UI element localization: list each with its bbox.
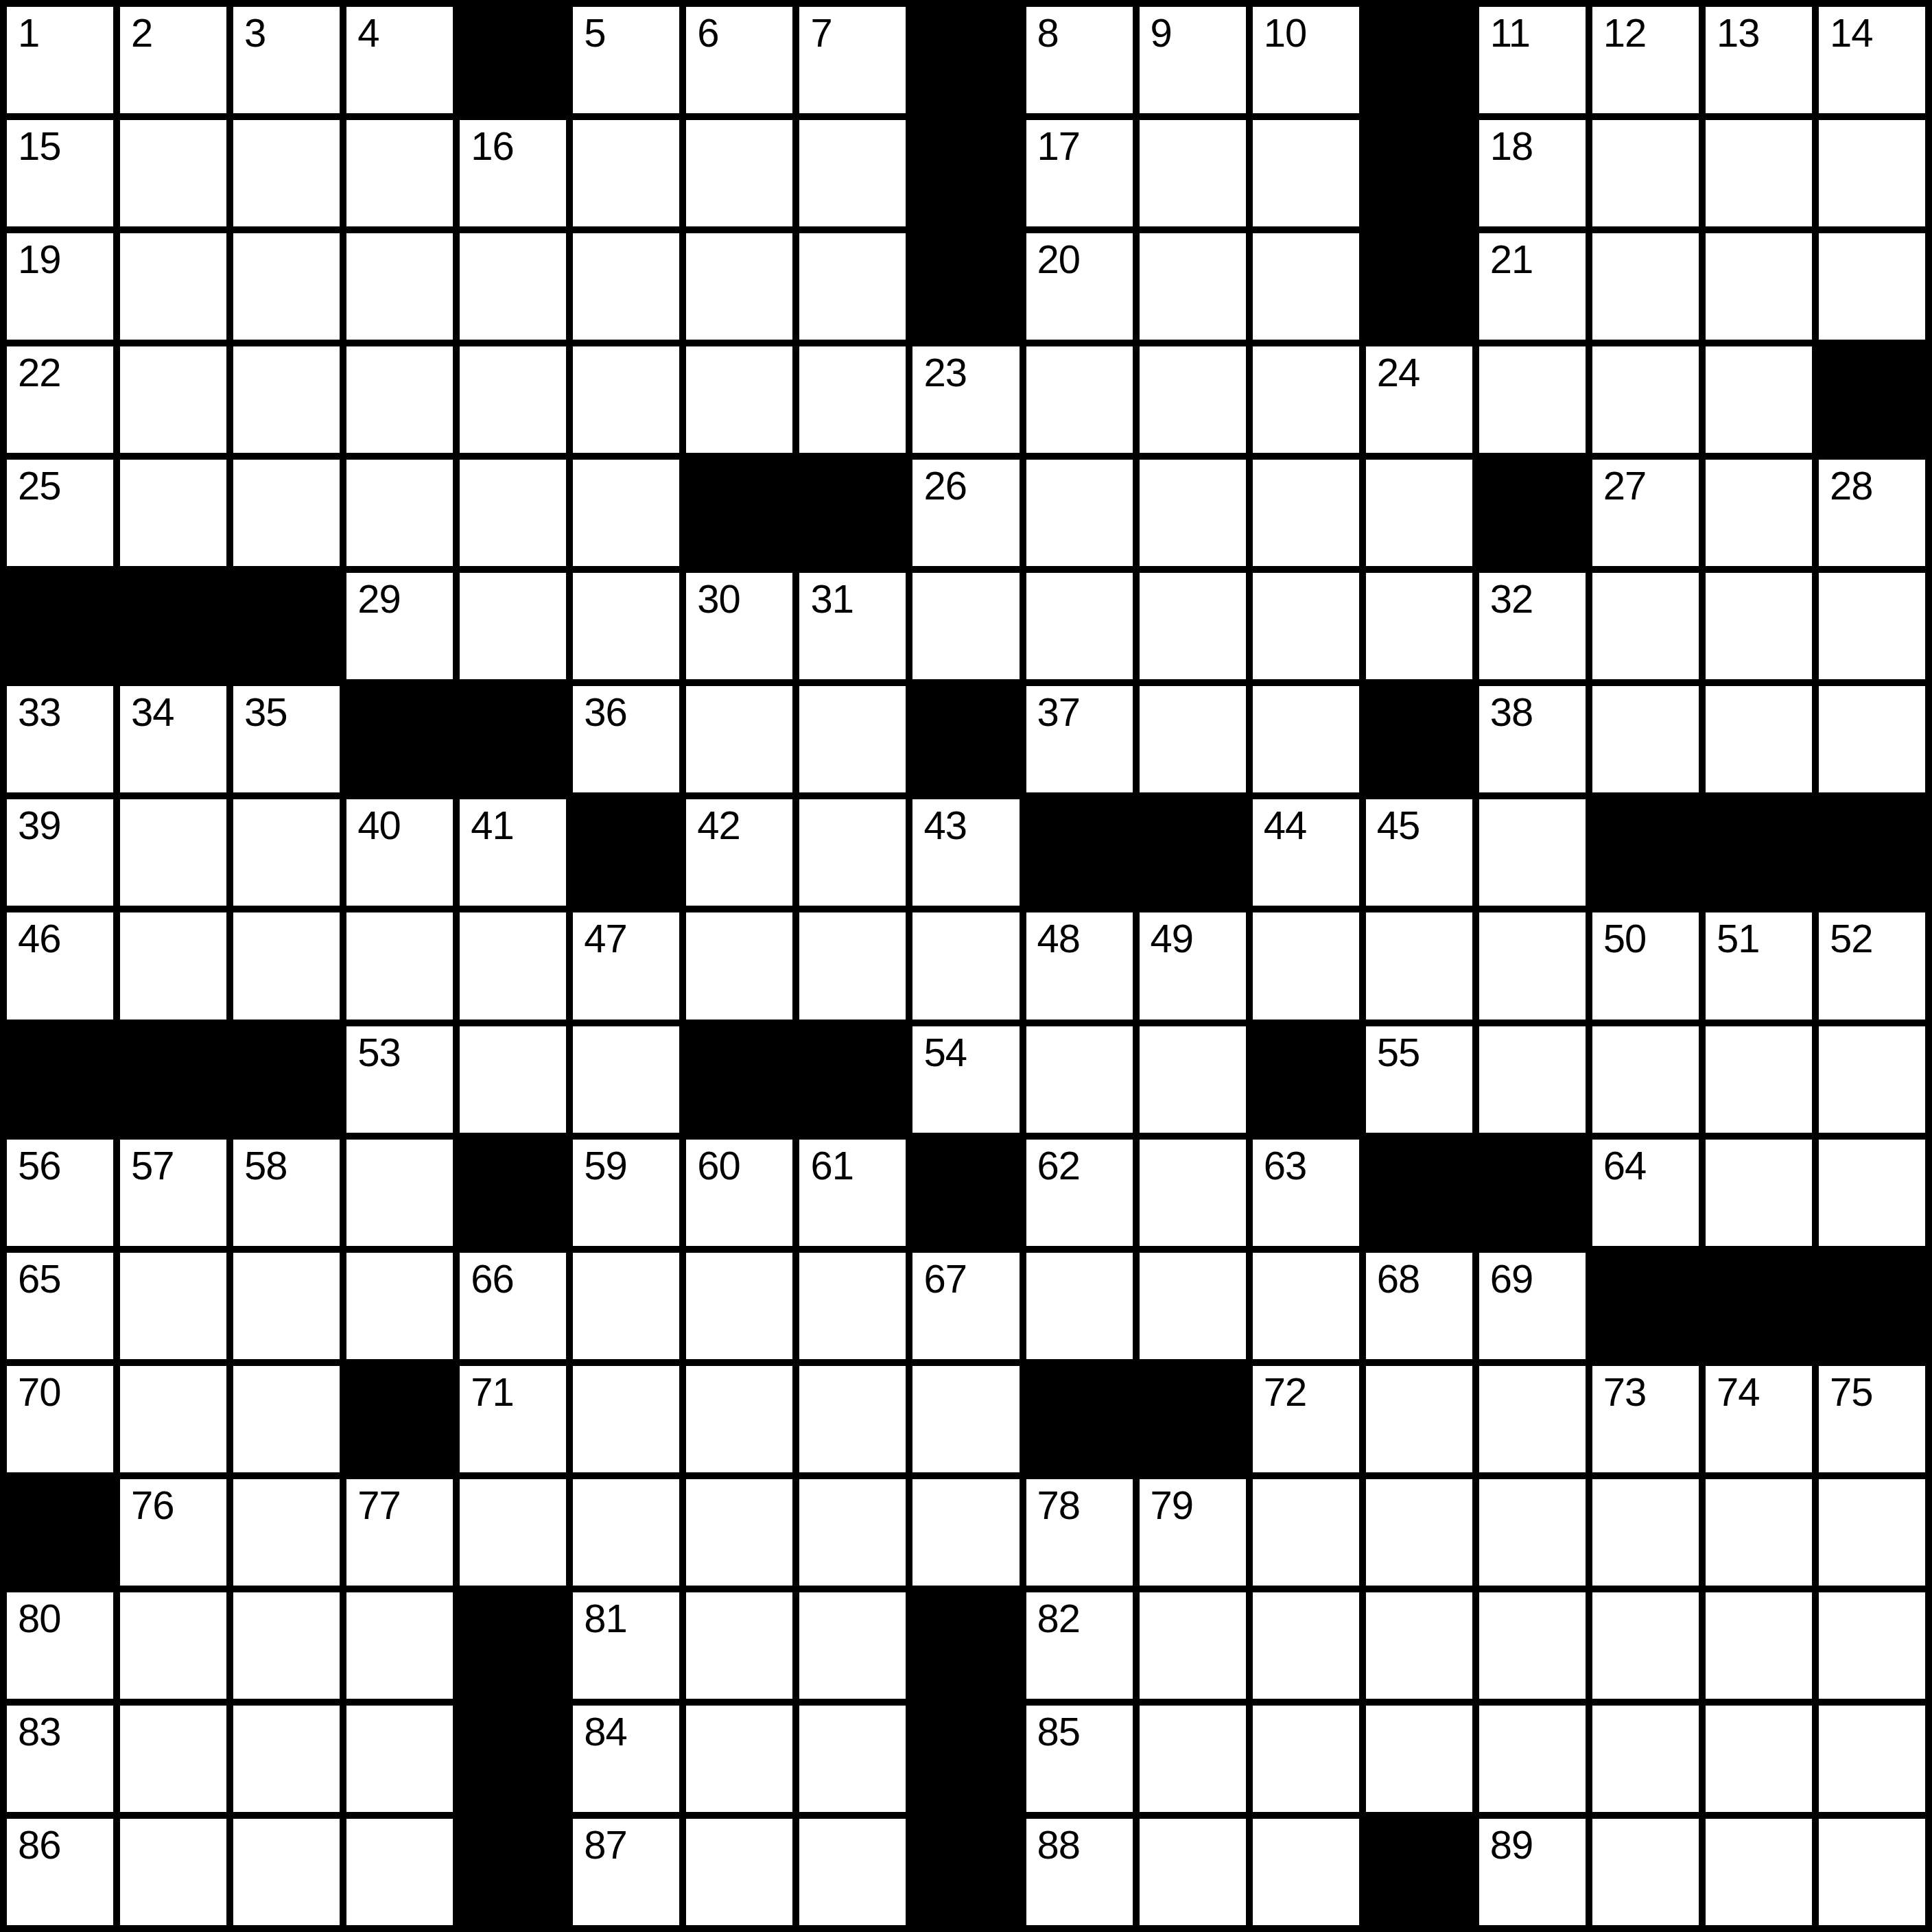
white-cell-r4c4[interactable] <box>346 346 453 453</box>
white-cell-r3c16[interactable] <box>1706 233 1812 340</box>
clue-number: 12 <box>1603 12 1647 54</box>
white-cell-r3c8[interactable] <box>799 233 906 340</box>
white-cell-r1c7[interactable]: 6 <box>686 7 792 113</box>
white-cell-r3c10[interactable]: 20 <box>1026 233 1133 340</box>
white-cell-r14c12[interactable] <box>1253 1479 1359 1586</box>
block-cell-r8c11 <box>1140 799 1246 906</box>
white-cell-r1c11[interactable]: 9 <box>1140 7 1246 113</box>
white-cell-r3c14[interactable]: 21 <box>1479 233 1586 340</box>
white-cell-r12c4[interactable] <box>346 1253 453 1359</box>
white-cell-r12c10[interactable] <box>1026 1253 1133 1359</box>
white-cell-r16c11[interactable] <box>1140 1706 1246 1812</box>
white-cell-r10c11[interactable] <box>1140 1026 1246 1133</box>
white-cell-r11c17[interactable] <box>1819 1140 1925 1246</box>
white-cell-r5c2[interactable] <box>120 460 226 566</box>
white-cell-r6c13[interactable] <box>1366 573 1472 679</box>
white-cell-r14c4[interactable]: 77 <box>346 1479 453 1586</box>
white-cell-r4c11[interactable] <box>1140 346 1246 453</box>
crossword-grid: 1234567891011121314151617181920212223242… <box>0 0 1932 1932</box>
block-cell-r10c3 <box>233 1026 340 1133</box>
white-cell-r2c15[interactable] <box>1592 120 1699 226</box>
clue-number: 68 <box>1377 1258 1420 1300</box>
white-cell-r4c7[interactable] <box>686 346 792 453</box>
white-cell-r16c10[interactable]: 85 <box>1026 1706 1133 1812</box>
white-cell-r1c15[interactable]: 12 <box>1592 7 1699 113</box>
white-cell-r4c14[interactable] <box>1479 346 1586 453</box>
block-cell-r10c1 <box>7 1026 113 1133</box>
white-cell-r1c12[interactable]: 10 <box>1253 7 1359 113</box>
clue-number: 33 <box>18 692 61 733</box>
white-cell-r5c10[interactable] <box>1026 460 1133 566</box>
white-cell-r11c3[interactable]: 58 <box>233 1140 340 1246</box>
white-cell-r5c11[interactable] <box>1140 460 1246 566</box>
white-cell-r9c14[interactable] <box>1479 912 1586 1019</box>
white-cell-r6c6[interactable] <box>573 573 679 679</box>
white-cell-r17c8[interactable] <box>799 1819 906 1925</box>
white-cell-r4c16[interactable] <box>1706 346 1812 453</box>
white-cell-r6c16[interactable] <box>1706 573 1812 679</box>
block-cell-r16c9 <box>912 1706 1019 1812</box>
white-cell-r6c10[interactable] <box>1026 573 1133 679</box>
white-cell-r4c12[interactable] <box>1253 346 1359 453</box>
block-cell-r1c5 <box>460 7 566 113</box>
white-cell-r12c13[interactable]: 68 <box>1366 1253 1472 1359</box>
clue-number: 40 <box>357 805 401 847</box>
white-cell-r5c5[interactable] <box>460 460 566 566</box>
white-cell-r10c13[interactable]: 55 <box>1366 1026 1472 1133</box>
white-cell-r15c10[interactable]: 82 <box>1026 1592 1133 1699</box>
white-cell-r3c3[interactable] <box>233 233 340 340</box>
white-cell-r7c3[interactable]: 35 <box>233 686 340 792</box>
white-cell-r10c16[interactable] <box>1706 1026 1812 1133</box>
white-cell-r16c17[interactable] <box>1819 1706 1925 1812</box>
white-cell-r2c4[interactable] <box>346 120 453 226</box>
clue-number: 87 <box>584 1824 627 1866</box>
block-cell-r1c9 <box>912 7 1019 113</box>
white-cell-r3c15[interactable] <box>1592 233 1699 340</box>
white-cell-r9c4[interactable] <box>346 912 453 1019</box>
white-cell-r2c7[interactable] <box>686 120 792 226</box>
white-cell-r10c14[interactable] <box>1479 1026 1586 1133</box>
white-cell-r2c17[interactable] <box>1819 120 1925 226</box>
block-cell-r12c17 <box>1819 1253 1925 1359</box>
white-cell-r7c15[interactable] <box>1592 686 1699 792</box>
white-cell-r11c15[interactable]: 64 <box>1592 1140 1699 1246</box>
white-cell-r17c2[interactable] <box>120 1819 226 1925</box>
white-cell-r8c14[interactable] <box>1479 799 1586 906</box>
white-cell-r12c8[interactable] <box>799 1253 906 1359</box>
white-cell-r13c16[interactable]: 74 <box>1706 1366 1812 1472</box>
white-cell-r17c3[interactable] <box>233 1819 340 1925</box>
white-cell-r16c7[interactable] <box>686 1706 792 1812</box>
white-cell-r3c7[interactable] <box>686 233 792 340</box>
white-cell-r2c2[interactable] <box>120 120 226 226</box>
white-cell-r6c7[interactable]: 30 <box>686 573 792 679</box>
clue-number: 60 <box>697 1145 740 1187</box>
white-cell-r9c5[interactable] <box>460 912 566 1019</box>
block-cell-r8c17 <box>1819 799 1925 906</box>
white-cell-r2c8[interactable] <box>799 120 906 226</box>
white-cell-r6c15[interactable] <box>1592 573 1699 679</box>
white-cell-r16c6[interactable]: 84 <box>573 1706 679 1812</box>
clue-number: 13 <box>1717 12 1760 54</box>
white-cell-r7c8[interactable] <box>799 686 906 792</box>
white-cell-r14c10[interactable]: 78 <box>1026 1479 1133 1586</box>
white-cell-r7c6[interactable]: 36 <box>573 686 679 792</box>
white-cell-r1c2[interactable]: 2 <box>120 7 226 113</box>
white-cell-r10c5[interactable] <box>460 1026 566 1133</box>
white-cell-r3c1[interactable]: 19 <box>7 233 113 340</box>
white-cell-r12c12[interactable] <box>1253 1253 1359 1359</box>
block-cell-r13c11 <box>1140 1366 1246 1472</box>
white-cell-r13c17[interactable]: 75 <box>1819 1366 1925 1472</box>
block-cell-r10c12 <box>1253 1026 1359 1133</box>
block-cell-r17c9 <box>912 1819 1019 1925</box>
clue-number: 54 <box>923 1032 967 1074</box>
white-cell-r6c12[interactable] <box>1253 573 1359 679</box>
clue-number: 74 <box>1717 1371 1760 1413</box>
clue-number: 78 <box>1037 1485 1081 1527</box>
white-cell-r12c9[interactable]: 67 <box>912 1253 1019 1359</box>
white-cell-r9c6[interactable]: 47 <box>573 912 679 1019</box>
white-cell-r13c2[interactable] <box>120 1366 226 1472</box>
white-cell-r5c3[interactable] <box>233 460 340 566</box>
white-cell-r3c12[interactable] <box>1253 233 1359 340</box>
white-cell-r1c8[interactable]: 7 <box>799 7 906 113</box>
clue-number: 47 <box>584 918 627 960</box>
white-cell-r14c17[interactable] <box>1819 1479 1925 1586</box>
white-cell-r15c13[interactable] <box>1366 1592 1472 1699</box>
white-cell-r5c17[interactable]: 28 <box>1819 460 1925 566</box>
white-cell-r12c6[interactable] <box>573 1253 679 1359</box>
white-cell-r9c15[interactable]: 50 <box>1592 912 1699 1019</box>
white-cell-r5c9[interactable]: 26 <box>912 460 1019 566</box>
clue-number: 44 <box>1264 805 1307 847</box>
white-cell-r2c16[interactable] <box>1706 120 1812 226</box>
white-cell-r5c4[interactable] <box>346 460 453 566</box>
white-cell-r17c16[interactable] <box>1706 1819 1812 1925</box>
white-cell-r8c9[interactable]: 43 <box>912 799 1019 906</box>
white-cell-r2c6[interactable] <box>573 120 679 226</box>
white-cell-r17c1[interactable]: 86 <box>7 1819 113 1925</box>
white-cell-r4c13[interactable]: 24 <box>1366 346 1472 453</box>
white-cell-r2c3[interactable] <box>233 120 340 226</box>
block-cell-r2c13 <box>1366 120 1472 226</box>
white-cell-r15c12[interactable] <box>1253 1592 1359 1699</box>
white-cell-r13c8[interactable] <box>799 1366 906 1472</box>
white-cell-r17c17[interactable] <box>1819 1819 1925 1925</box>
white-cell-r13c5[interactable]: 71 <box>460 1366 566 1472</box>
white-cell-r17c11[interactable] <box>1140 1819 1246 1925</box>
white-cell-r17c14[interactable]: 89 <box>1479 1819 1586 1925</box>
block-cell-r13c4 <box>346 1366 453 1472</box>
white-cell-r14c11[interactable]: 79 <box>1140 1479 1246 1586</box>
clue-number: 25 <box>18 465 61 507</box>
white-cell-r12c7[interactable] <box>686 1253 792 1359</box>
white-cell-r17c6[interactable]: 87 <box>573 1819 679 1925</box>
white-cell-r3c6[interactable] <box>573 233 679 340</box>
clue-number: 69 <box>1490 1258 1533 1300</box>
white-cell-r8c13[interactable]: 45 <box>1366 799 1472 906</box>
white-cell-r1c17[interactable]: 14 <box>1819 7 1925 113</box>
white-cell-r4c5[interactable] <box>460 346 566 453</box>
clue-number: 37 <box>1037 692 1081 733</box>
white-cell-r9c2[interactable] <box>120 912 226 1019</box>
white-cell-r13c15[interactable]: 73 <box>1592 1366 1699 1472</box>
white-cell-r15c2[interactable] <box>120 1592 226 1699</box>
block-cell-r7c9 <box>912 686 1019 792</box>
white-cell-r1c10[interactable]: 8 <box>1026 7 1133 113</box>
white-cell-r6c5[interactable] <box>460 573 566 679</box>
white-cell-r12c3[interactable] <box>233 1253 340 1359</box>
clue-number: 51 <box>1717 918 1760 960</box>
white-cell-r15c3[interactable] <box>233 1592 340 1699</box>
block-cell-r10c8 <box>799 1026 906 1133</box>
white-cell-r15c11[interactable] <box>1140 1592 1246 1699</box>
white-cell-r15c8[interactable] <box>799 1592 906 1699</box>
clue-number: 7 <box>810 12 832 54</box>
white-cell-r15c16[interactable] <box>1706 1592 1812 1699</box>
white-cell-r11c2[interactable]: 57 <box>120 1140 226 1246</box>
white-cell-r2c12[interactable] <box>1253 120 1359 226</box>
clue-number: 27 <box>1603 465 1647 507</box>
white-cell-r7c12[interactable] <box>1253 686 1359 792</box>
white-cell-r13c12[interactable]: 72 <box>1253 1366 1359 1472</box>
white-cell-r14c5[interactable] <box>460 1479 566 1586</box>
white-cell-r11c6[interactable]: 59 <box>573 1140 679 1246</box>
white-cell-r10c15[interactable] <box>1592 1026 1699 1133</box>
white-cell-r8c12[interactable]: 44 <box>1253 799 1359 906</box>
white-cell-r11c1[interactable]: 56 <box>7 1140 113 1246</box>
white-cell-r16c15[interactable] <box>1592 1706 1699 1812</box>
white-cell-r14c6[interactable] <box>573 1479 679 1586</box>
white-cell-r17c4[interactable] <box>346 1819 453 1925</box>
white-cell-r4c15[interactable] <box>1592 346 1699 453</box>
white-cell-r13c14[interactable] <box>1479 1366 1586 1472</box>
clue-number: 4 <box>357 12 379 54</box>
block-cell-r11c5 <box>460 1140 566 1246</box>
clue-number: 64 <box>1603 1145 1647 1187</box>
white-cell-r9c16[interactable]: 51 <box>1706 912 1812 1019</box>
white-cell-r9c12[interactable] <box>1253 912 1359 1019</box>
white-cell-r11c12[interactable]: 63 <box>1253 1140 1359 1246</box>
clue-number: 55 <box>1377 1032 1420 1074</box>
white-cell-r14c7[interactable] <box>686 1479 792 1586</box>
white-cell-r12c5[interactable]: 66 <box>460 1253 566 1359</box>
white-cell-r12c14[interactable]: 69 <box>1479 1253 1586 1359</box>
white-cell-r10c10[interactable] <box>1026 1026 1133 1133</box>
clue-number: 10 <box>1264 12 1307 54</box>
white-cell-r13c3[interactable] <box>233 1366 340 1472</box>
white-cell-r12c1[interactable]: 65 <box>7 1253 113 1359</box>
white-cell-r15c1[interactable]: 80 <box>7 1592 113 1699</box>
white-cell-r5c6[interactable] <box>573 460 679 566</box>
white-cell-r1c1[interactable]: 1 <box>7 7 113 113</box>
white-cell-r12c2[interactable] <box>120 1253 226 1359</box>
white-cell-r2c14[interactable]: 18 <box>1479 120 1586 226</box>
white-cell-r14c8[interactable] <box>799 1479 906 1586</box>
clue-number: 29 <box>357 578 401 620</box>
white-cell-r16c16[interactable] <box>1706 1706 1812 1812</box>
white-cell-r7c16[interactable] <box>1706 686 1812 792</box>
white-cell-r11c4[interactable] <box>346 1140 453 1246</box>
clue-number: 17 <box>1037 126 1081 167</box>
clue-number: 34 <box>131 692 174 733</box>
white-cell-r6c8[interactable]: 31 <box>799 573 906 679</box>
block-cell-r5c8 <box>799 460 906 566</box>
clue-number: 9 <box>1151 12 1172 54</box>
white-cell-r3c4[interactable] <box>346 233 453 340</box>
white-cell-r5c15[interactable]: 27 <box>1592 460 1699 566</box>
white-cell-r16c1[interactable]: 83 <box>7 1706 113 1812</box>
white-cell-r7c2[interactable]: 34 <box>120 686 226 792</box>
white-cell-r5c12[interactable] <box>1253 460 1359 566</box>
white-cell-r15c15[interactable] <box>1592 1592 1699 1699</box>
white-cell-r16c14[interactable] <box>1479 1706 1586 1812</box>
white-cell-r11c10[interactable]: 62 <box>1026 1140 1133 1246</box>
white-cell-r16c2[interactable] <box>120 1706 226 1812</box>
clue-number: 21 <box>1490 239 1533 281</box>
white-cell-r4c2[interactable] <box>120 346 226 453</box>
clue-number: 66 <box>471 1258 514 1300</box>
white-cell-r14c16[interactable] <box>1706 1479 1812 1586</box>
white-cell-r10c4[interactable]: 53 <box>346 1026 453 1133</box>
white-cell-r11c16[interactable] <box>1706 1140 1812 1246</box>
white-cell-r13c9[interactable] <box>912 1366 1019 1472</box>
white-cell-r8c3[interactable] <box>233 799 340 906</box>
white-cell-r15c17[interactable] <box>1819 1592 1925 1699</box>
block-cell-r17c5 <box>460 1819 566 1925</box>
white-cell-r9c3[interactable] <box>233 912 340 1019</box>
white-cell-r10c6[interactable] <box>573 1026 679 1133</box>
white-cell-r9c17[interactable]: 52 <box>1819 912 1925 1019</box>
white-cell-r9c7[interactable] <box>686 912 792 1019</box>
white-cell-r1c14[interactable]: 11 <box>1479 7 1586 113</box>
white-cell-r4c8[interactable] <box>799 346 906 453</box>
white-cell-r17c10[interactable]: 88 <box>1026 1819 1133 1925</box>
white-cell-r16c3[interactable] <box>233 1706 340 1812</box>
white-cell-r9c10[interactable]: 48 <box>1026 912 1133 1019</box>
white-cell-r6c14[interactable]: 32 <box>1479 573 1586 679</box>
white-cell-r16c13[interactable] <box>1366 1706 1472 1812</box>
white-cell-r9c9[interactable] <box>912 912 1019 1019</box>
white-cell-r2c5[interactable]: 16 <box>460 120 566 226</box>
white-cell-r14c15[interactable] <box>1592 1479 1699 1586</box>
white-cell-r16c4[interactable] <box>346 1706 453 1812</box>
white-cell-r4c1[interactable]: 22 <box>7 346 113 453</box>
white-cell-r4c6[interactable] <box>573 346 679 453</box>
white-cell-r8c1[interactable]: 39 <box>7 799 113 906</box>
white-cell-r7c11[interactable] <box>1140 686 1246 792</box>
white-cell-r15c6[interactable]: 81 <box>573 1592 679 1699</box>
white-cell-r14c9[interactable] <box>912 1479 1019 1586</box>
white-cell-r11c8[interactable]: 61 <box>799 1140 906 1246</box>
white-cell-r14c14[interactable] <box>1479 1479 1586 1586</box>
white-cell-r9c13[interactable] <box>1366 912 1472 1019</box>
white-cell-r2c10[interactable]: 17 <box>1026 120 1133 226</box>
white-cell-r14c3[interactable] <box>233 1479 340 1586</box>
white-cell-r8c8[interactable] <box>799 799 906 906</box>
white-cell-r9c11[interactable]: 49 <box>1140 912 1246 1019</box>
white-cell-r7c1[interactable]: 33 <box>7 686 113 792</box>
white-cell-r13c7[interactable] <box>686 1366 792 1472</box>
white-cell-r5c13[interactable] <box>1366 460 1472 566</box>
white-cell-r7c10[interactable]: 37 <box>1026 686 1133 792</box>
white-cell-r16c8[interactable] <box>799 1706 906 1812</box>
white-cell-r11c7[interactable]: 60 <box>686 1140 792 1246</box>
white-cell-r17c7[interactable] <box>686 1819 792 1925</box>
white-cell-r6c17[interactable] <box>1819 573 1925 679</box>
clue-number: 49 <box>1151 918 1194 960</box>
clue-number: 23 <box>923 352 967 394</box>
clue-number: 45 <box>1377 805 1420 847</box>
block-cell-r12c15 <box>1592 1253 1699 1359</box>
white-cell-r15c4[interactable] <box>346 1592 453 1699</box>
white-cell-r14c13[interactable] <box>1366 1479 1472 1586</box>
white-cell-r5c1[interactable]: 25 <box>7 460 113 566</box>
white-cell-r12c11[interactable] <box>1140 1253 1246 1359</box>
white-cell-r14c2[interactable]: 76 <box>120 1479 226 1586</box>
clue-number: 79 <box>1151 1485 1194 1527</box>
white-cell-r1c4[interactable]: 4 <box>346 7 453 113</box>
white-cell-r4c3[interactable] <box>233 346 340 453</box>
white-cell-r10c9[interactable]: 54 <box>912 1026 1019 1133</box>
white-cell-r13c13[interactable] <box>1366 1366 1472 1472</box>
white-cell-r6c11[interactable] <box>1140 573 1246 679</box>
white-cell-r8c4[interactable]: 40 <box>346 799 453 906</box>
white-cell-r10c17[interactable] <box>1819 1026 1925 1133</box>
clue-number: 3 <box>244 12 266 54</box>
white-cell-r8c5[interactable]: 41 <box>460 799 566 906</box>
white-cell-r7c7[interactable] <box>686 686 792 792</box>
white-cell-r17c15[interactable] <box>1592 1819 1699 1925</box>
white-cell-r3c11[interactable] <box>1140 233 1246 340</box>
clue-number: 65 <box>18 1258 61 1300</box>
white-cell-r3c2[interactable] <box>120 233 226 340</box>
white-cell-r9c8[interactable] <box>799 912 906 1019</box>
white-cell-r8c7[interactable]: 42 <box>686 799 792 906</box>
white-cell-r6c9[interactable] <box>912 573 1019 679</box>
white-cell-r13c1[interactable]: 70 <box>7 1366 113 1472</box>
clue-number: 22 <box>18 352 61 394</box>
block-cell-r8c10 <box>1026 799 1133 906</box>
white-cell-r3c17[interactable] <box>1819 233 1925 340</box>
white-cell-r15c7[interactable] <box>686 1592 792 1699</box>
white-cell-r4c9[interactable]: 23 <box>912 346 1019 453</box>
white-cell-r8c2[interactable] <box>120 799 226 906</box>
clue-number: 48 <box>1037 918 1081 960</box>
clue-number: 16 <box>471 126 514 167</box>
white-cell-r1c3[interactable]: 3 <box>233 7 340 113</box>
block-cell-r11c14 <box>1479 1140 1586 1246</box>
white-cell-r2c1[interactable]: 15 <box>7 120 113 226</box>
white-cell-r6c4[interactable]: 29 <box>346 573 453 679</box>
white-cell-r17c12[interactable] <box>1253 1819 1359 1925</box>
white-cell-r5c16[interactable] <box>1706 460 1812 566</box>
white-cell-r9c1[interactable]: 46 <box>7 912 113 1019</box>
white-cell-r11c11[interactable] <box>1140 1140 1246 1246</box>
white-cell-r15c14[interactable] <box>1479 1592 1586 1699</box>
white-cell-r4c10[interactable] <box>1026 346 1133 453</box>
white-cell-r2c11[interactable] <box>1140 120 1246 226</box>
white-cell-r3c5[interactable] <box>460 233 566 340</box>
white-cell-r13c6[interactable] <box>573 1366 679 1472</box>
white-cell-r7c14[interactable]: 38 <box>1479 686 1586 792</box>
white-cell-r16c12[interactable] <box>1253 1706 1359 1812</box>
white-cell-r1c16[interactable]: 13 <box>1706 7 1812 113</box>
white-cell-r1c6[interactable]: 5 <box>573 7 679 113</box>
white-cell-r7c17[interactable] <box>1819 686 1925 792</box>
